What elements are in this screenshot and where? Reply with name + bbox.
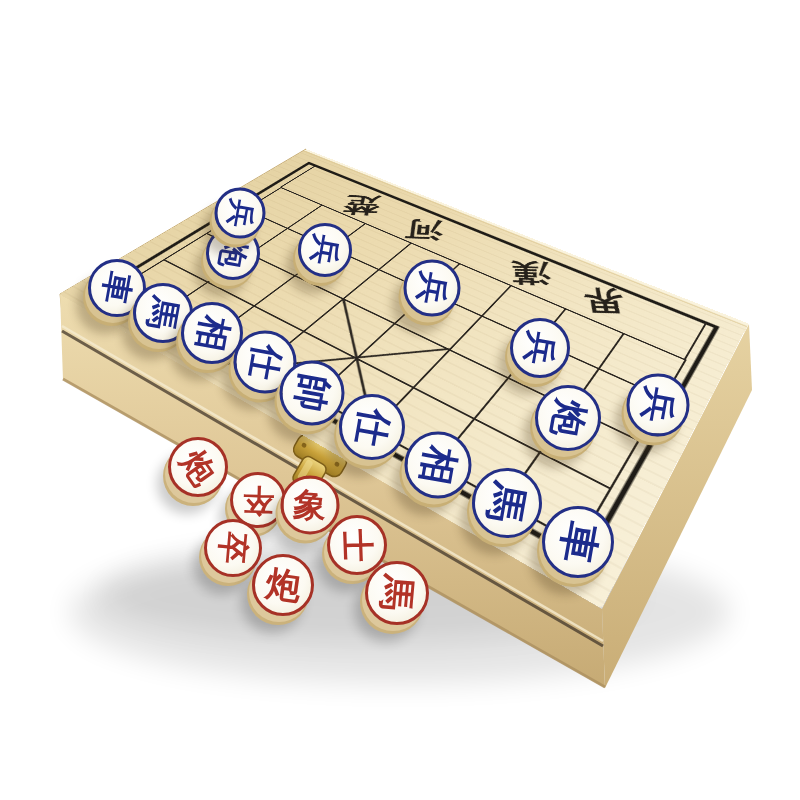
piece-character: 兵 — [308, 233, 343, 268]
xiangqi-piece-blue[interactable]: 車 — [542, 506, 614, 578]
piece-character: 車 — [98, 269, 135, 306]
xiangqi-piece-blue[interactable]: 兵 — [627, 374, 690, 437]
piece-character: 馬 — [484, 480, 530, 526]
xiangqi-piece-red[interactable]: 炮 — [252, 554, 314, 616]
xiangqi-piece-red[interactable]: 炮 — [168, 437, 228, 497]
xiangqi-piece-blue[interactable]: 兵 — [510, 318, 570, 378]
xiangqi-piece-red[interactable]: 馬 — [365, 561, 429, 625]
piece-character: 兵 — [638, 385, 679, 426]
piece-character: 相 — [416, 443, 460, 487]
piece-character: 相 — [192, 313, 233, 354]
piece-character: 卒 — [216, 531, 251, 566]
piece-character: 兵 — [521, 329, 559, 367]
piece-character: 仕 — [351, 406, 394, 449]
piece-character: 馬 — [377, 573, 416, 612]
product-photo-stage: 楚 河 漢 界 車馬相仕帥仕相馬車炮炮兵兵兵兵兵炮卒象卒士炮馬 — [0, 0, 800, 800]
piece-character: 兵 — [413, 269, 450, 306]
xiangqi-piece-blue[interactable]: 兵 — [215, 188, 266, 239]
piece-character: 卒 — [242, 484, 274, 516]
xiangqi-piece-red[interactable]: 卒 — [204, 519, 262, 577]
piece-character: 炮 — [263, 565, 303, 605]
xiangqi-piece-blue[interactable]: 相 — [405, 432, 472, 499]
pieces-layer: 車馬相仕帥仕相馬車炮炮兵兵兵兵兵炮卒象卒士炮馬 — [0, 0, 800, 800]
xiangqi-piece-blue[interactable]: 兵 — [298, 223, 352, 277]
piece-character: 車 — [554, 518, 601, 565]
piece-character: 炮 — [175, 444, 221, 490]
piece-character: 兵 — [224, 197, 256, 229]
xiangqi-piece-blue[interactable]: 帥 — [280, 361, 345, 426]
piece-character: 士 — [340, 528, 374, 562]
xiangqi-piece-blue[interactable]: 仕 — [339, 394, 405, 460]
piece-character: 炮 — [547, 397, 590, 440]
xiangqi-piece-blue[interactable]: 馬 — [472, 468, 542, 538]
piece-character: 帥 — [291, 372, 334, 415]
xiangqi-piece-red[interactable]: 象 — [281, 476, 340, 535]
piece-character: 馬 — [144, 294, 182, 332]
piece-character: 象 — [292, 487, 328, 523]
xiangqi-piece-blue[interactable]: 炮 — [535, 385, 601, 451]
xiangqi-piece-blue[interactable]: 兵 — [404, 260, 461, 317]
piece-character: 炮 — [216, 236, 251, 271]
piece-character: 仕 — [245, 342, 286, 383]
